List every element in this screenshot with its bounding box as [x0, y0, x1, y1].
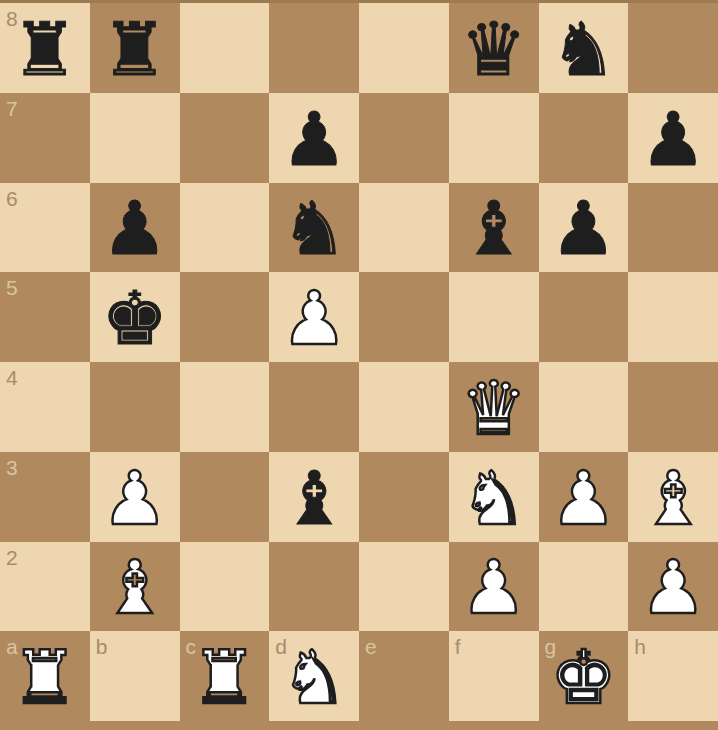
square-e4[interactable]	[359, 362, 449, 452]
piece-black-knight[interactable]: ♞	[550, 12, 616, 86]
square-h3[interactable]: ♝	[628, 452, 718, 542]
square-c5[interactable]	[180, 272, 270, 362]
square-b5[interactable]: ♚	[90, 272, 180, 362]
piece-black-rook[interactable]: ♜	[101, 12, 167, 86]
square-c8[interactable]	[180, 3, 270, 93]
square-f8[interactable]: ♛	[449, 3, 539, 93]
square-d3[interactable]: ♝	[269, 452, 359, 542]
piece-white-pawn[interactable]: ♟	[101, 461, 167, 535]
square-b8[interactable]: ♜	[90, 3, 180, 93]
piece-black-pawn[interactable]: ♟	[101, 191, 167, 265]
square-f2[interactable]: ♟	[449, 542, 539, 632]
file-label-f: f	[455, 636, 461, 657]
square-d1[interactable]: d♞	[269, 631, 359, 721]
square-b3[interactable]: ♟	[90, 452, 180, 542]
square-e3[interactable]	[359, 452, 449, 542]
square-d5[interactable]: ♟	[269, 272, 359, 362]
square-g6[interactable]: ♟	[539, 183, 629, 273]
square-f5[interactable]	[449, 272, 539, 362]
square-e7[interactable]	[359, 93, 449, 183]
square-e6[interactable]	[359, 183, 449, 273]
square-c1[interactable]: c♜	[180, 631, 270, 721]
square-c7[interactable]	[180, 93, 270, 183]
piece-white-pawn[interactable]: ♟	[640, 550, 706, 624]
piece-white-knight[interactable]: ♞	[281, 640, 347, 714]
piece-white-knight[interactable]: ♞	[460, 461, 526, 535]
square-b2[interactable]: ♝	[90, 542, 180, 632]
piece-white-queen[interactable]: ♛	[460, 371, 526, 445]
piece-black-bishop[interactable]: ♝	[460, 191, 526, 265]
piece-white-pawn[interactable]: ♟	[550, 461, 616, 535]
square-d2[interactable]	[269, 542, 359, 632]
square-h7[interactable]: ♟	[628, 93, 718, 183]
square-b7[interactable]	[90, 93, 180, 183]
file-label-h: h	[634, 636, 646, 657]
square-d6[interactable]: ♞	[269, 183, 359, 273]
square-e8[interactable]	[359, 3, 449, 93]
square-e1[interactable]: e	[359, 631, 449, 721]
piece-black-bishop[interactable]: ♝	[281, 461, 347, 535]
square-h2[interactable]: ♟	[628, 542, 718, 632]
piece-white-king[interactable]: ♚	[550, 640, 616, 714]
piece-black-pawn[interactable]: ♟	[281, 102, 347, 176]
square-d8[interactable]	[269, 3, 359, 93]
rank-label-3: 3	[6, 457, 18, 478]
piece-black-pawn[interactable]: ♟	[550, 191, 616, 265]
square-f1[interactable]: f	[449, 631, 539, 721]
square-h1[interactable]: h	[628, 631, 718, 721]
rank-label-2: 2	[6, 547, 18, 568]
square-g8[interactable]: ♞	[539, 3, 629, 93]
square-e5[interactable]	[359, 272, 449, 362]
piece-black-knight[interactable]: ♞	[281, 191, 347, 265]
square-a2[interactable]: 2	[0, 542, 90, 632]
square-a7[interactable]: 7	[0, 93, 90, 183]
square-h5[interactable]	[628, 272, 718, 362]
rank-label-4: 4	[6, 367, 18, 388]
square-b1[interactable]: b	[90, 631, 180, 721]
piece-black-queen[interactable]: ♛	[460, 12, 526, 86]
square-f6[interactable]: ♝	[449, 183, 539, 273]
square-f4[interactable]: ♛	[449, 362, 539, 452]
rank-label-5: 5	[6, 277, 18, 298]
piece-white-rook[interactable]: ♜	[12, 640, 78, 714]
square-g7[interactable]	[539, 93, 629, 183]
rank-label-6: 6	[6, 188, 18, 209]
square-f7[interactable]	[449, 93, 539, 183]
square-g2[interactable]	[539, 542, 629, 632]
square-b4[interactable]	[90, 362, 180, 452]
square-c6[interactable]	[180, 183, 270, 273]
piece-white-rook[interactable]: ♜	[191, 640, 257, 714]
chess-board[interactable]: 8♜♜♛♞7♟♟6♟♞♝♟5♚♟4♛3♟♝♞♟♝2♝♟♟a♜bc♜d♞efg♚h	[0, 3, 718, 721]
square-c4[interactable]	[180, 362, 270, 452]
square-c2[interactable]	[180, 542, 270, 632]
chess-app-background: 8♜♜♛♞7♟♟6♟♞♝♟5♚♟4♛3♟♝♞♟♝2♝♟♟a♜bc♜d♞efg♚h	[0, 0, 718, 730]
rank-label-7: 7	[6, 98, 18, 119]
square-a1[interactable]: a♜	[0, 631, 90, 721]
square-h6[interactable]	[628, 183, 718, 273]
square-g5[interactable]	[539, 272, 629, 362]
square-d7[interactable]: ♟	[269, 93, 359, 183]
file-label-b: b	[96, 636, 108, 657]
square-d4[interactable]	[269, 362, 359, 452]
piece-white-pawn[interactable]: ♟	[281, 281, 347, 355]
square-c3[interactable]	[180, 452, 270, 542]
square-a8[interactable]: 8♜	[0, 3, 90, 93]
piece-black-pawn[interactable]: ♟	[640, 102, 706, 176]
piece-white-pawn[interactable]: ♟	[460, 550, 526, 624]
square-h4[interactable]	[628, 362, 718, 452]
square-a4[interactable]: 4	[0, 362, 90, 452]
square-a6[interactable]: 6	[0, 183, 90, 273]
square-g3[interactable]: ♟	[539, 452, 629, 542]
square-e2[interactable]	[359, 542, 449, 632]
piece-black-rook[interactable]: ♜	[12, 12, 78, 86]
square-h8[interactable]	[628, 3, 718, 93]
square-a5[interactable]: 5	[0, 272, 90, 362]
square-f3[interactable]: ♞	[449, 452, 539, 542]
piece-white-bishop[interactable]: ♝	[101, 550, 167, 624]
square-b6[interactable]: ♟	[90, 183, 180, 273]
square-a3[interactable]: 3	[0, 452, 90, 542]
piece-white-bishop[interactable]: ♝	[640, 461, 706, 535]
square-g1[interactable]: g♚	[539, 631, 629, 721]
piece-black-king[interactable]: ♚	[101, 281, 167, 355]
file-label-e: e	[365, 636, 377, 657]
square-g4[interactable]	[539, 362, 629, 452]
